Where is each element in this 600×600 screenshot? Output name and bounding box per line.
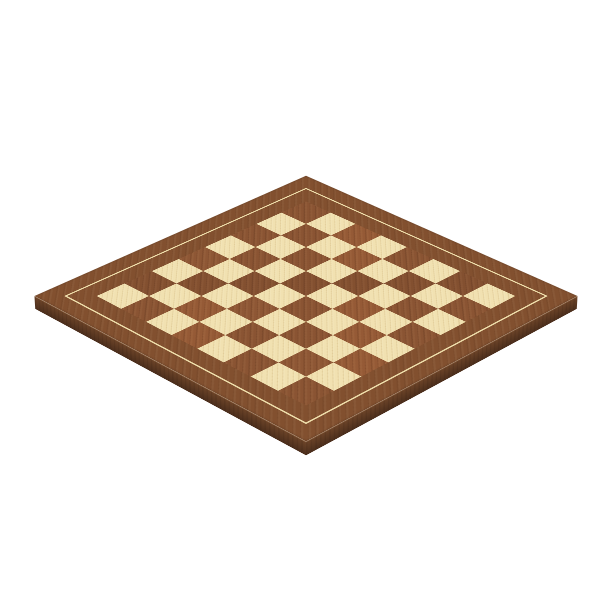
square-r7c6-light-empty (251, 362, 306, 390)
square-r6c3-light-empty (199, 309, 252, 335)
square-r3c5-dark-empty (332, 296, 385, 322)
square-r1c7-dark-empty (438, 296, 491, 322)
square-r3c6-light-empty (359, 309, 412, 335)
square-r7c3-dark-empty (171, 322, 225, 349)
square-r5c5-dark-empty (279, 322, 333, 349)
square-r6c7-light-empty (306, 362, 361, 390)
product-photo-canvas (0, 0, 600, 600)
square-r6c5-light-empty (252, 335, 306, 362)
square-r7c5-dark-empty (224, 349, 279, 377)
square-r4c6-dark-empty (333, 322, 387, 349)
square-r7c4-light-empty (197, 335, 251, 362)
board-top-surface (34, 176, 577, 442)
chessboard (34, 176, 577, 442)
square-r7c2-light-empty (146, 309, 199, 335)
square-r6c4-dark-empty (225, 322, 279, 349)
square-r4c7-light-empty (360, 335, 414, 362)
square-r5c6-light-empty (306, 335, 360, 362)
square-r5c4-light-empty (253, 309, 306, 335)
square-r3c7-dark-empty (387, 322, 441, 349)
square-r5c7-dark-empty (333, 349, 388, 377)
square-r4c4-dark-empty (280, 296, 333, 322)
square-r2c7-light-empty (413, 309, 466, 335)
square-r4c5-light-empty (306, 309, 359, 335)
perspective-scene (0, 0, 600, 600)
square-r5c3-dark-empty (227, 296, 280, 322)
square-r6c6-dark-empty (279, 349, 334, 377)
square-r6c2-dark-empty (174, 296, 227, 322)
square-r7c7-dark-empty (278, 377, 334, 406)
square-r7c1-dark-empty (121, 296, 174, 322)
square-r2c6-dark-empty (385, 296, 438, 322)
